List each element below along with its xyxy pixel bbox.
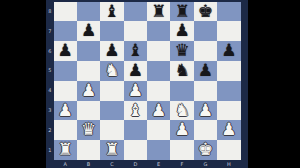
piece-black-knight: ♞	[174, 61, 189, 81]
square-d5[interactable]: ♟	[124, 61, 147, 81]
piece-white-pawn: ♟	[128, 81, 143, 101]
square-h8[interactable]	[217, 2, 240, 22]
piece-white-queen: ♛	[81, 120, 96, 140]
square-c3[interactable]	[100, 101, 123, 121]
square-c8[interactable]: ♝	[100, 2, 123, 22]
square-c4[interactable]	[100, 81, 123, 101]
file-label-c: C	[100, 160, 123, 168]
piece-white-pawn: ♟	[81, 81, 96, 101]
piece-black-pawn: ♟	[198, 61, 213, 81]
piece-white-pawn: ♟	[221, 120, 236, 140]
rank-label-5: 5	[46, 61, 54, 81]
square-d8[interactable]	[124, 2, 147, 22]
piece-white-rook: ♜	[58, 140, 73, 160]
piece-white-pawn: ♟	[174, 120, 189, 140]
square-g2[interactable]	[194, 120, 217, 140]
square-g1[interactable]: ♚	[194, 140, 217, 160]
rank-label-1: 1	[46, 140, 54, 160]
file-label-e: E	[147, 160, 170, 168]
square-e5[interactable]	[147, 61, 170, 81]
square-b1[interactable]	[77, 140, 100, 160]
square-f4[interactable]	[170, 81, 193, 101]
square-f2[interactable]: ♟	[170, 120, 193, 140]
piece-black-queen: ♛	[174, 41, 189, 61]
square-f8[interactable]: ♜	[170, 2, 193, 22]
square-a6[interactable]: ♟	[54, 41, 77, 61]
rank-label-6: 6	[46, 41, 54, 61]
rank-label-4: 4	[46, 81, 54, 101]
square-d3[interactable]: ♝	[124, 101, 147, 121]
piece-white-pawn: ♟	[151, 101, 166, 121]
piece-black-bishop: ♝	[104, 2, 119, 22]
square-h4[interactable]	[217, 81, 240, 101]
file-label-d: D	[124, 160, 147, 168]
rank-labels: 87654321	[46, 2, 54, 161]
square-b6[interactable]	[77, 41, 100, 61]
square-f7[interactable]: ♟	[170, 21, 193, 41]
file-label-a: A	[54, 160, 77, 168]
file-labels: ABCDEFGH	[54, 160, 241, 168]
square-d2[interactable]	[124, 120, 147, 140]
piece-black-pawn: ♟	[104, 41, 119, 61]
square-c5[interactable]: ♞	[100, 61, 123, 81]
square-d6[interactable]: ♝	[124, 41, 147, 61]
square-e8[interactable]: ♜	[147, 2, 170, 22]
piece-white-pawn: ♟	[198, 101, 213, 121]
rank-label-3: 3	[46, 101, 54, 121]
square-c2[interactable]	[100, 120, 123, 140]
square-e2[interactable]	[147, 120, 170, 140]
square-a3[interactable]: ♟	[54, 101, 77, 121]
file-label-g: G	[194, 160, 217, 168]
square-a7[interactable]	[54, 21, 77, 41]
square-e6[interactable]	[147, 41, 170, 61]
square-e7[interactable]	[147, 21, 170, 41]
square-d7[interactable]	[124, 21, 147, 41]
square-a4[interactable]	[54, 81, 77, 101]
square-b4[interactable]: ♟	[77, 81, 100, 101]
square-f3[interactable]: ♞	[170, 101, 193, 121]
piece-white-pawn: ♟	[58, 101, 73, 121]
square-a5[interactable]	[54, 61, 77, 81]
square-a2[interactable]	[54, 120, 77, 140]
square-g4[interactable]	[194, 81, 217, 101]
square-e1[interactable]	[147, 140, 170, 160]
square-h1[interactable]	[217, 140, 240, 160]
piece-white-king: ♚	[198, 140, 213, 160]
square-b5[interactable]	[77, 61, 100, 81]
rank-label-2: 2	[46, 120, 54, 140]
chess-board-frame: 87654321 ♝♜♜♚♟♟♟♟♝♛♟♞♟♞♟♟♟♟♝♟♞♟♛♟♟♜♜♚ AB…	[46, 0, 248, 168]
file-label-h: H	[217, 160, 240, 168]
piece-white-rook: ♜	[104, 140, 119, 160]
square-e4[interactable]	[147, 81, 170, 101]
square-c1[interactable]: ♜	[100, 140, 123, 160]
piece-black-pawn: ♟	[58, 41, 73, 61]
square-f5[interactable]: ♞	[170, 61, 193, 81]
square-g3[interactable]: ♟	[194, 101, 217, 121]
piece-black-pawn: ♟	[128, 61, 143, 81]
piece-black-rook: ♜	[151, 2, 166, 22]
square-g7[interactable]	[194, 21, 217, 41]
square-h2[interactable]: ♟	[217, 120, 240, 140]
square-g5[interactable]: ♟	[194, 61, 217, 81]
square-a8[interactable]	[54, 2, 77, 22]
square-f1[interactable]	[170, 140, 193, 160]
piece-black-king: ♚	[198, 2, 213, 22]
square-b8[interactable]	[77, 2, 100, 22]
chess-board: ♝♜♜♚♟♟♟♟♝♛♟♞♟♞♟♟♟♟♝♟♞♟♛♟♟♜♜♚	[54, 2, 241, 161]
square-c6[interactable]: ♟	[100, 41, 123, 61]
square-e3[interactable]: ♟	[147, 101, 170, 121]
square-b2[interactable]: ♛	[77, 120, 100, 140]
square-h6[interactable]: ♟	[217, 41, 240, 61]
piece-black-pawn: ♟	[81, 21, 96, 41]
rank-label-7: 7	[46, 21, 54, 41]
piece-black-rook: ♜	[174, 2, 189, 22]
square-b3[interactable]	[77, 101, 100, 121]
square-g8[interactable]: ♚	[194, 2, 217, 22]
square-a1[interactable]: ♜	[54, 140, 77, 160]
rank-label-8: 8	[46, 2, 54, 22]
square-c7[interactable]	[100, 21, 123, 41]
piece-black-pawn: ♟	[221, 41, 236, 61]
file-label-f: F	[170, 160, 193, 168]
piece-white-knight: ♞	[104, 61, 119, 81]
square-f6[interactable]: ♛	[170, 41, 193, 61]
piece-black-bishop: ♝	[128, 41, 143, 61]
piece-black-pawn: ♟	[174, 21, 189, 41]
piece-white-knight: ♞	[174, 101, 189, 121]
square-d4[interactable]: ♟	[124, 81, 147, 101]
chess-app-stage: 87654321 ♝♜♜♚♟♟♟♟♝♛♟♞♟♞♟♟♟♟♝♟♞♟♛♟♟♜♜♚ AB…	[0, 0, 300, 168]
square-g6[interactable]	[194, 41, 217, 61]
square-b7[interactable]: ♟	[77, 21, 100, 41]
square-h3[interactable]	[217, 101, 240, 121]
square-d1[interactable]	[124, 140, 147, 160]
square-h7[interactable]	[217, 21, 240, 41]
piece-white-bishop: ♝	[128, 101, 143, 121]
file-label-b: B	[77, 160, 100, 168]
square-h5[interactable]	[217, 61, 240, 81]
